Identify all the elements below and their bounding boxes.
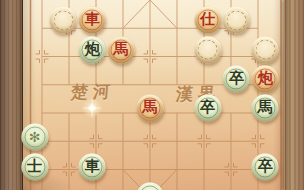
piece-glyph: 車 (79, 152, 106, 179)
piece-glyph: 炮 (252, 64, 279, 91)
piece-red-hidden[interactable] (50, 7, 77, 34)
piece-red-hidden[interactable] (194, 36, 221, 63)
wood-plank-right (284, 0, 304, 190)
piece-glyph: 卒 (252, 152, 279, 179)
piece-glyph: 士 (21, 152, 48, 179)
piece-glyph: 馬 (252, 94, 279, 121)
piece-glyph: 卒 (194, 94, 221, 121)
piece-red-chariot[interactable]: 車 (79, 7, 106, 34)
piece-red-cannon[interactable]: 炮 (252, 65, 279, 92)
piece-glyph (136, 181, 163, 190)
piece-glyph (50, 6, 77, 33)
piece-red-advisor[interactable]: 仕 (194, 7, 221, 34)
piece-glyph: ✻ (21, 123, 48, 150)
piece-glyph: 炮 (79, 35, 106, 62)
piece-glyph (223, 6, 250, 33)
piece-green-hidden[interactable]: ✻ (21, 124, 48, 151)
piece-glyph: 卒 (223, 64, 250, 91)
piece-green-soldier[interactable]: 卒 (252, 153, 279, 180)
highlight-sparkle-icon (81, 97, 103, 119)
piece-glyph: 仕 (194, 6, 221, 33)
piece-green-soldier[interactable]: 卒 (194, 95, 221, 122)
piece-glyph (252, 35, 279, 62)
piece-green-horse[interactable]: 馬 (252, 95, 279, 122)
piece-red-hidden[interactable] (223, 7, 250, 34)
piece-glyph: 馬 (136, 94, 163, 121)
piece-glyph: 馬 (108, 35, 135, 62)
piece-red-hidden[interactable] (252, 36, 279, 63)
wood-plank-left (0, 0, 23, 190)
piece-green-chariot[interactable]: 車 (79, 153, 106, 180)
piece-green-cannon[interactable]: 炮 (79, 36, 106, 63)
piece-glyph: 車 (79, 6, 106, 33)
piece-green-unknown[interactable] (136, 182, 163, 190)
xiangqi-game-screen: 楚河 漢界 車仕炮馬卒炮馬卒馬✻士車卒 (0, 0, 304, 190)
piece-green-advisor[interactable]: 士 (21, 153, 48, 180)
piece-red-horse[interactable]: 馬 (108, 36, 135, 63)
piece-green-soldier[interactable]: 卒 (223, 65, 250, 92)
piece-red-horse[interactable]: 馬 (136, 95, 163, 122)
piece-glyph (194, 35, 221, 62)
